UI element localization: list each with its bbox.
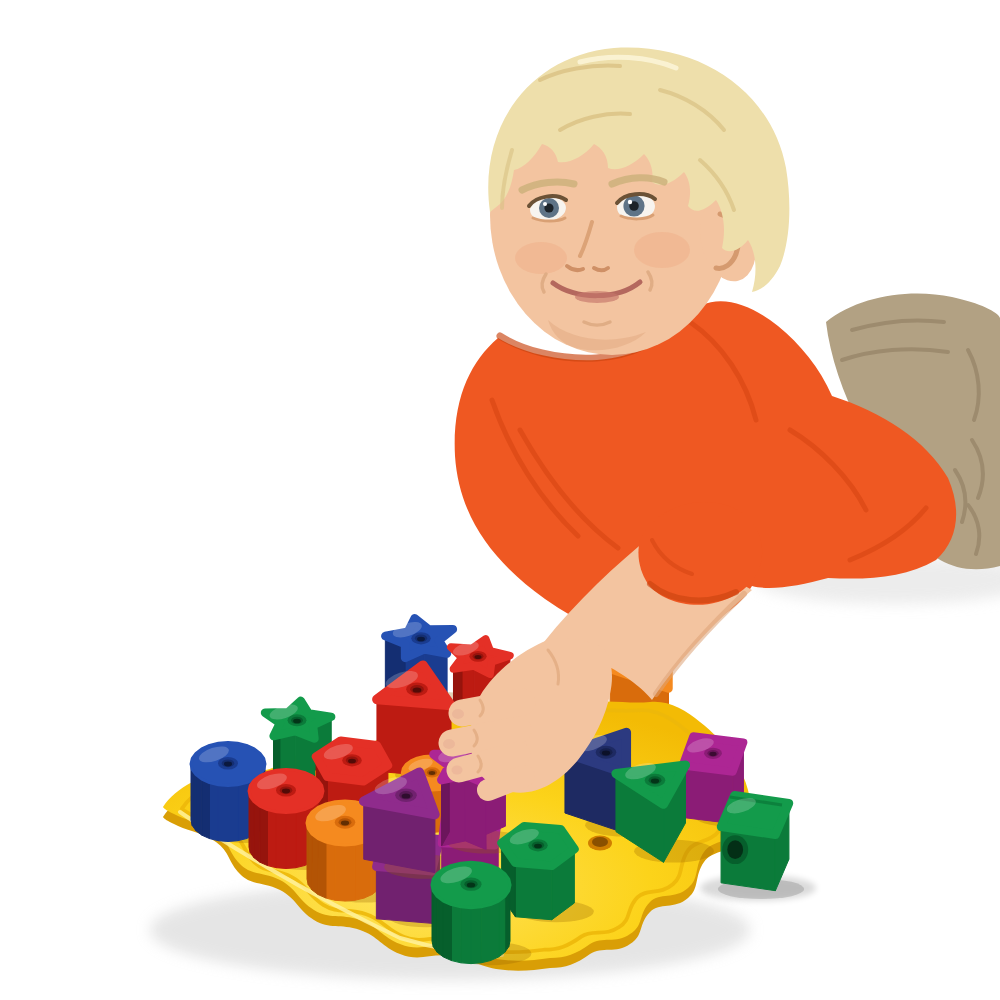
piece-green-cube-offboard [718,795,804,899]
lower-lip [575,291,619,303]
scene [0,0,1000,1000]
index-finger [462,702,522,713]
pinky-finger [488,776,524,790]
empty-peg-hole [588,836,612,851]
cheek-left [515,242,567,274]
left-eye [529,195,567,223]
right-eye [616,193,656,222]
middle-finger [452,730,518,743]
right-eye-highlight [628,200,632,204]
left-eye-highlight [543,202,547,206]
ring-finger [459,754,518,770]
scene-illustration [0,0,1000,1000]
cheek-right [634,232,690,268]
